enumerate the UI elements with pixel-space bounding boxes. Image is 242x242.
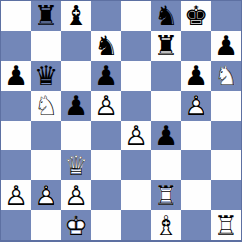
white-pawn[interactable]: ♟♙ bbox=[61, 180, 91, 210]
black-rook[interactable]: ♜ bbox=[31, 1, 61, 31]
white-knight[interactable]: ♞♘ bbox=[211, 61, 241, 91]
piece-outline: ♙ bbox=[61, 180, 91, 210]
white-pawn[interactable]: ♟♙ bbox=[31, 180, 61, 210]
piece-outline: ♕ bbox=[61, 150, 91, 180]
square-c2[interactable]: ♟♙ bbox=[61, 180, 91, 210]
square-f5[interactable] bbox=[151, 91, 181, 121]
piece-glyph: ♟ bbox=[91, 61, 121, 91]
white-bishop[interactable]: ♝♗ bbox=[151, 210, 181, 240]
square-h6[interactable]: ♞♘ bbox=[211, 61, 241, 91]
square-b8[interactable]: ♜ bbox=[31, 1, 61, 31]
square-d4[interactable] bbox=[91, 121, 121, 151]
square-b5[interactable]: ♞♘ bbox=[31, 91, 61, 121]
black-rook[interactable]: ♜ bbox=[151, 31, 181, 61]
white-king[interactable]: ♚♔ bbox=[61, 210, 91, 240]
square-e1[interactable] bbox=[121, 210, 151, 240]
square-a1[interactable] bbox=[1, 210, 31, 240]
white-pawn[interactable]: ♟♙ bbox=[1, 180, 31, 210]
square-d2[interactable] bbox=[91, 180, 121, 210]
piece-glyph: ♛ bbox=[31, 61, 61, 91]
square-h4[interactable] bbox=[211, 121, 241, 151]
piece-glyph: ♚ bbox=[181, 1, 211, 31]
square-a3[interactable] bbox=[1, 150, 31, 180]
white-knight[interactable]: ♞♘ bbox=[31, 91, 61, 121]
square-c8[interactable]: ♝ bbox=[61, 1, 91, 31]
square-e6[interactable] bbox=[121, 61, 151, 91]
square-a4[interactable] bbox=[1, 121, 31, 151]
square-g4[interactable] bbox=[181, 121, 211, 151]
black-pawn[interactable]: ♟ bbox=[61, 91, 91, 121]
square-e7[interactable] bbox=[121, 31, 151, 61]
square-f2[interactable]: ♜♖ bbox=[151, 180, 181, 210]
piece-outline: ♙ bbox=[121, 121, 151, 151]
square-e8[interactable] bbox=[121, 1, 151, 31]
square-h8[interactable] bbox=[211, 1, 241, 31]
square-b3[interactable] bbox=[31, 150, 61, 180]
square-f7[interactable]: ♜ bbox=[151, 31, 181, 61]
square-f4[interactable]: ♟ bbox=[151, 121, 181, 151]
square-c5[interactable]: ♟ bbox=[61, 91, 91, 121]
piece-glyph: ♞ bbox=[151, 1, 181, 31]
square-d1[interactable] bbox=[91, 210, 121, 240]
black-pawn[interactable]: ♟ bbox=[151, 121, 181, 151]
square-e4[interactable]: ♟♙ bbox=[121, 121, 151, 151]
square-f8[interactable]: ♞ bbox=[151, 1, 181, 31]
piece-glyph: ♟ bbox=[181, 61, 211, 91]
square-e5[interactable] bbox=[121, 91, 151, 121]
black-knight[interactable]: ♞ bbox=[151, 1, 181, 31]
square-f1[interactable]: ♝♗ bbox=[151, 210, 181, 240]
square-g2[interactable] bbox=[181, 180, 211, 210]
chess-board: ♜♝♞♚♞♜♟♟♛♟♟♞♘♞♘♟♟♙♟♙♟♙♟♛♕♟♙♟♙♟♙♜♖♚♔♝♗♜♖ bbox=[0, 0, 242, 242]
square-b4[interactable] bbox=[31, 121, 61, 151]
square-c3[interactable]: ♛♕ bbox=[61, 150, 91, 180]
square-b7[interactable] bbox=[31, 31, 61, 61]
white-pawn[interactable]: ♟♙ bbox=[181, 91, 211, 121]
black-pawn[interactable]: ♟ bbox=[91, 61, 121, 91]
piece-glyph: ♜ bbox=[151, 31, 181, 61]
square-g8[interactable]: ♚ bbox=[181, 1, 211, 31]
square-a8[interactable] bbox=[1, 1, 31, 31]
white-rook[interactable]: ♜♖ bbox=[151, 180, 181, 210]
square-a5[interactable] bbox=[1, 91, 31, 121]
square-g1[interactable] bbox=[181, 210, 211, 240]
black-pawn[interactable]: ♟ bbox=[1, 61, 31, 91]
square-d6[interactable]: ♟ bbox=[91, 61, 121, 91]
square-d7[interactable]: ♞ bbox=[91, 31, 121, 61]
square-e2[interactable] bbox=[121, 180, 151, 210]
black-pawn[interactable]: ♟ bbox=[211, 31, 241, 61]
square-h7[interactable]: ♟ bbox=[211, 31, 241, 61]
chess-board-grid: ♜♝♞♚♞♜♟♟♛♟♟♞♘♞♘♟♟♙♟♙♟♙♟♛♕♟♙♟♙♟♙♜♖♚♔♝♗♜♖ bbox=[1, 1, 241, 240]
square-h3[interactable] bbox=[211, 150, 241, 180]
piece-outline: ♙ bbox=[1, 180, 31, 210]
square-g7[interactable] bbox=[181, 31, 211, 61]
square-a6[interactable]: ♟ bbox=[1, 61, 31, 91]
black-pawn[interactable]: ♟ bbox=[181, 61, 211, 91]
black-queen[interactable]: ♛ bbox=[31, 61, 61, 91]
white-pawn[interactable]: ♟♙ bbox=[91, 91, 121, 121]
piece-outline: ♔ bbox=[61, 210, 91, 240]
square-g3[interactable] bbox=[181, 150, 211, 180]
white-rook[interactable]: ♜♖ bbox=[211, 210, 241, 240]
square-c4[interactable] bbox=[61, 121, 91, 151]
piece-glyph: ♞ bbox=[91, 31, 121, 61]
square-d8[interactable] bbox=[91, 1, 121, 31]
white-queen[interactable]: ♛♕ bbox=[61, 150, 91, 180]
square-h5[interactable] bbox=[211, 91, 241, 121]
square-g6[interactable]: ♟ bbox=[181, 61, 211, 91]
square-b6[interactable]: ♛ bbox=[31, 61, 61, 91]
square-h1[interactable]: ♜♖ bbox=[211, 210, 241, 240]
black-bishop[interactable]: ♝ bbox=[61, 1, 91, 31]
square-c7[interactable] bbox=[61, 31, 91, 61]
square-b1[interactable] bbox=[31, 210, 61, 240]
square-d3[interactable] bbox=[91, 150, 121, 180]
square-b2[interactable]: ♟♙ bbox=[31, 180, 61, 210]
square-c1[interactable]: ♚♔ bbox=[61, 210, 91, 240]
piece-outline: ♘ bbox=[211, 61, 241, 91]
piece-outline: ♖ bbox=[211, 210, 241, 240]
piece-glyph: ♝ bbox=[61, 1, 91, 31]
piece-glyph: ♟ bbox=[151, 121, 181, 151]
piece-glyph: ♟ bbox=[61, 91, 91, 121]
piece-glyph: ♟ bbox=[211, 31, 241, 61]
square-f3[interactable] bbox=[151, 150, 181, 180]
black-king[interactable]: ♚ bbox=[181, 1, 211, 31]
square-a2[interactable]: ♟♙ bbox=[1, 180, 31, 210]
piece-outline: ♗ bbox=[151, 210, 181, 240]
piece-outline: ♙ bbox=[31, 180, 61, 210]
square-a7[interactable] bbox=[1, 31, 31, 61]
square-h2[interactable] bbox=[211, 180, 241, 210]
white-pawn[interactable]: ♟♙ bbox=[121, 121, 151, 151]
square-c6[interactable] bbox=[61, 61, 91, 91]
square-d5[interactable]: ♟♙ bbox=[91, 91, 121, 121]
square-f6[interactable] bbox=[151, 61, 181, 91]
square-g5[interactable]: ♟♙ bbox=[181, 91, 211, 121]
piece-outline: ♖ bbox=[151, 180, 181, 210]
piece-glyph: ♟ bbox=[1, 61, 31, 91]
piece-outline: ♘ bbox=[31, 91, 61, 121]
piece-glyph: ♜ bbox=[31, 1, 61, 31]
piece-outline: ♙ bbox=[181, 91, 211, 121]
black-knight[interactable]: ♞ bbox=[91, 31, 121, 61]
piece-outline: ♙ bbox=[91, 91, 121, 121]
square-e3[interactable] bbox=[121, 150, 151, 180]
